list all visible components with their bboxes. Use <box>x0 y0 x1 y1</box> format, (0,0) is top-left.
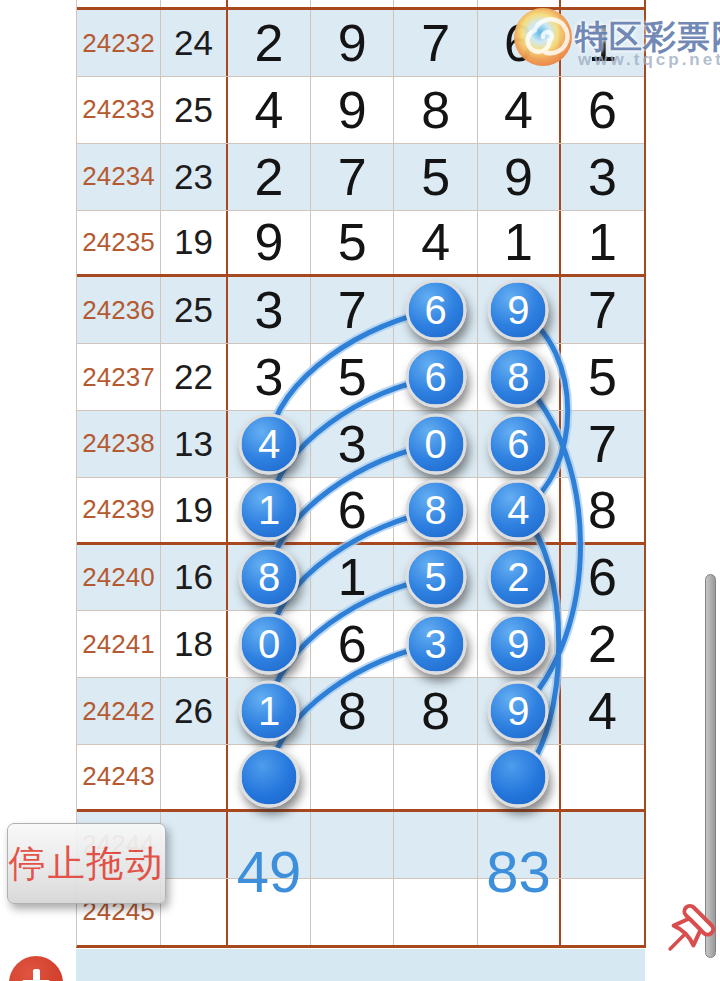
digit-value: 4 <box>255 80 284 140</box>
issue-cell: 24236 <box>77 277 161 343</box>
digit-value: 7 <box>338 147 367 207</box>
partial-row <box>77 0 644 10</box>
issue-cell: 24241 <box>77 611 161 677</box>
circled-digit[interactable]: 8 <box>405 479 466 540</box>
issue-cell: 24242 <box>77 678 161 744</box>
digit-cell: 7 <box>561 277 644 343</box>
sum-cell <box>161 879 228 946</box>
sum-cell: 25 <box>161 277 228 343</box>
circled-digit[interactable]: 9 <box>488 681 549 742</box>
digit-value: 5 <box>421 147 450 207</box>
digit-value: 4 <box>504 80 533 140</box>
table-row: 242381343067 <box>77 411 644 478</box>
digit-cell: 8 <box>561 478 644 542</box>
digit-cell: 3 <box>228 277 311 343</box>
digit-cell <box>561 879 644 946</box>
digit-cell: 0 <box>228 611 311 677</box>
solid-marker[interactable] <box>488 746 549 807</box>
digit-value: 2 <box>255 147 284 207</box>
digit-cell: 9 <box>311 10 394 76</box>
table-row: 242372235685 <box>77 344 644 411</box>
digit-value: 5 <box>338 347 367 407</box>
circled-digit[interactable]: 0 <box>405 413 466 474</box>
digit-value: 9 <box>504 147 533 207</box>
digit-value: 6 <box>338 614 367 674</box>
issue-label: 24237 <box>82 362 154 393</box>
digit-cell: 6 <box>561 77 644 143</box>
digit-cell: 9 <box>478 678 561 744</box>
digit-cell <box>228 745 311 809</box>
digit-cell: 3 <box>228 344 311 410</box>
digit-cell: 0 <box>394 411 477 477</box>
digit-cell: 4 <box>561 678 644 744</box>
digit-value: 3 <box>588 147 617 207</box>
digit-cell: 7 <box>311 277 394 343</box>
digit-cell: 9 <box>478 277 561 343</box>
digit-cell: 7 <box>311 144 394 210</box>
sum-value: 22 <box>174 357 213 397</box>
digit-cell: 6 <box>311 611 394 677</box>
circled-digit[interactable]: 1 <box>239 479 300 540</box>
digit-cell: 1 <box>228 678 311 744</box>
digit-cell <box>311 812 394 878</box>
trend-table: 2423224297612423325498462423423275932423… <box>76 0 646 948</box>
circled-digit[interactable]: 4 <box>239 413 300 474</box>
sum-value: 25 <box>174 290 213 330</box>
digit-cell: 83 <box>478 812 561 878</box>
digit-value: 5 <box>338 212 367 272</box>
circled-digit[interactable]: 8 <box>239 547 300 608</box>
issue-cell: 24237 <box>77 344 161 410</box>
sum-cell: 24 <box>161 10 228 76</box>
sum-cell: 25 <box>161 77 228 143</box>
digit-cell: 2 <box>478 545 561 611</box>
digit-value: 3 <box>255 280 284 340</box>
table-row: 242342327593 <box>77 144 644 211</box>
digit-cell: 6 <box>478 411 561 477</box>
digit-cell: 8 <box>478 344 561 410</box>
circled-digit[interactable]: 1 <box>239 681 300 742</box>
table-row: 242322429761 <box>77 10 644 77</box>
sum-cell: 22 <box>161 344 228 410</box>
digit-cell: 1 <box>311 545 394 611</box>
digit-cell: 8 <box>394 77 477 143</box>
sum-cell: 19 <box>161 478 228 542</box>
table-row: 242362537697 <box>77 277 644 344</box>
table-row: 242351995411 <box>77 211 644 278</box>
circled-digit[interactable]: 9 <box>488 614 549 675</box>
sum-cell: 13 <box>161 411 228 477</box>
digit-cell: 4 <box>228 411 311 477</box>
digit-cell: 8 <box>394 478 477 542</box>
digit-value: 6 <box>504 13 533 73</box>
digit-value: 8 <box>421 681 450 741</box>
digit-cell: 1 <box>478 211 561 275</box>
digit-cell: 9 <box>478 144 561 210</box>
digit-cell <box>394 879 477 946</box>
sum-value: 19 <box>174 222 213 262</box>
circled-digit[interactable]: 9 <box>488 280 549 341</box>
issue-label: 24239 <box>82 494 154 525</box>
digit-cell <box>311 745 394 809</box>
digit-value: 1 <box>504 212 533 272</box>
digit-cell: 5 <box>561 344 644 410</box>
digit-cell: 4 <box>394 211 477 275</box>
digit-value: 7 <box>338 280 367 340</box>
digit-value: 4 <box>588 681 617 741</box>
digit-value: 6 <box>588 80 617 140</box>
issue-label: 24236 <box>82 295 154 326</box>
digit-cell: 1 <box>561 10 644 76</box>
digit-value: 2 <box>255 13 284 73</box>
sum-cell: 16 <box>161 545 228 611</box>
solid-marker[interactable] <box>239 746 300 807</box>
circled-digit[interactable]: 6 <box>405 347 466 408</box>
digit-value: 8 <box>338 681 367 741</box>
footer-bar <box>76 949 645 981</box>
digit-cell: 2 <box>561 611 644 677</box>
issue-cell: 24240 <box>77 545 161 611</box>
table-row: 242422618894 <box>77 678 644 745</box>
digit-value: 8 <box>588 480 617 540</box>
digit-cell <box>394 745 477 809</box>
digit-value: 4 <box>421 212 450 272</box>
sum-value: 24 <box>174 23 213 63</box>
digit-cell: 8 <box>228 545 311 611</box>
digit-cell <box>561 745 644 809</box>
digit-cell: 2 <box>228 144 311 210</box>
digit-cell: 3 <box>561 144 644 210</box>
issue-label: 24235 <box>82 227 154 258</box>
sum-cell <box>161 745 228 809</box>
circled-digit[interactable]: 0 <box>239 614 300 675</box>
issue-label: 24234 <box>82 161 154 192</box>
sum-value: 25 <box>174 90 213 130</box>
digit-cell: 9 <box>228 211 311 275</box>
digit-cell: 7 <box>394 10 477 76</box>
digit-value: 1 <box>338 547 367 607</box>
digit-cell: 7 <box>561 411 644 477</box>
sum-value: 23 <box>174 157 213 197</box>
digit-cell: 9 <box>478 611 561 677</box>
issue-label: 24240 <box>82 562 154 593</box>
digit-cell: 6 <box>311 478 394 542</box>
plus-icon[interactable] <box>9 956 63 981</box>
circled-digit[interactable]: 6 <box>488 413 549 474</box>
digit-value: 2 <box>588 614 617 674</box>
sum-cell: 18 <box>161 611 228 677</box>
table-row: 242391916848 <box>77 478 644 545</box>
sum-cell: 26 <box>161 678 228 744</box>
digit-cell: 3 <box>394 611 477 677</box>
digit-cell: 8 <box>311 678 394 744</box>
issue-label: 24242 <box>82 696 154 727</box>
stop-drag-label: 停止拖动 <box>9 839 165 889</box>
issue-cell: 24232 <box>77 10 161 76</box>
issue-cell: 24239 <box>77 478 161 542</box>
digit-cell: 8 <box>394 678 477 744</box>
digit-cell: 4 <box>228 77 311 143</box>
issue-cell: 24234 <box>77 144 161 210</box>
digit-cell: 6 <box>394 277 477 343</box>
sum-value: 26 <box>174 691 213 731</box>
issue-label: 24238 <box>82 428 154 459</box>
table-row: 242401681526 <box>77 545 644 612</box>
issue-cell: 24243 <box>77 745 161 809</box>
circled-digit[interactable]: 5 <box>405 547 466 608</box>
table-row: 242411806392 <box>77 611 644 678</box>
digit-value: 5 <box>588 347 617 407</box>
trend-chart-page: 2423224297612423325498462423423275932423… <box>0 0 720 981</box>
digit-cell: 4 <box>478 77 561 143</box>
digit-value: 3 <box>338 414 367 474</box>
issue-cell: 24235 <box>77 211 161 275</box>
table-row: 24243 <box>77 745 644 812</box>
issue-label: 24232 <box>82 28 154 59</box>
sum-value: 13 <box>174 424 213 464</box>
issue-label: 24243 <box>82 761 154 792</box>
pin-icon[interactable] <box>642 901 718 981</box>
circled-digit[interactable]: 8 <box>488 347 549 408</box>
digit-cell: 2 <box>228 10 311 76</box>
column-stat-value: 49 <box>237 838 302 905</box>
digit-cell: 9 <box>311 77 394 143</box>
sum-cell <box>161 812 228 878</box>
digit-cell: 4 <box>478 478 561 542</box>
circled-digit[interactable]: 3 <box>405 614 466 675</box>
digit-value: 6 <box>588 547 617 607</box>
digit-value: 1 <box>588 13 617 73</box>
digit-value: 9 <box>255 212 284 272</box>
digit-value: 9 <box>338 80 367 140</box>
issue-label: 24233 <box>82 94 154 125</box>
digit-cell: 3 <box>311 411 394 477</box>
digit-cell: 5 <box>311 344 394 410</box>
digit-value: 7 <box>588 414 617 474</box>
column-stat-value: 83 <box>486 838 551 905</box>
table-row: 242332549846 <box>77 77 644 144</box>
sum-value: 18 <box>174 624 213 664</box>
digit-value: 9 <box>338 13 367 73</box>
digit-cell: 5 <box>311 211 394 275</box>
digit-cell <box>394 812 477 878</box>
digit-value: 6 <box>338 480 367 540</box>
digit-cell: 1 <box>561 211 644 275</box>
digit-value: 8 <box>421 80 450 140</box>
digit-value: 1 <box>588 212 617 272</box>
issue-cell: 24233 <box>77 77 161 143</box>
circled-digit[interactable]: 4 <box>488 479 549 540</box>
sum-cell: 23 <box>161 144 228 210</box>
digit-cell: 6 <box>478 10 561 76</box>
digit-cell: 6 <box>394 344 477 410</box>
issue-label: 24241 <box>82 629 154 660</box>
sum-value: 19 <box>174 490 213 530</box>
digit-value: 7 <box>421 13 450 73</box>
digit-cell: 1 <box>228 478 311 542</box>
digit-value: 3 <box>255 347 284 407</box>
circled-digit[interactable]: 2 <box>488 547 549 608</box>
digit-cell: 49 <box>228 812 311 878</box>
digit-cell <box>311 879 394 946</box>
digit-cell: 5 <box>394 144 477 210</box>
digit-value: 7 <box>588 280 617 340</box>
stop-drag-button[interactable]: 停止拖动 <box>7 823 166 904</box>
digit-cell: 6 <box>561 545 644 611</box>
circled-digit[interactable]: 6 <box>405 280 466 341</box>
issue-cell: 24238 <box>77 411 161 477</box>
sum-cell: 19 <box>161 211 228 275</box>
sum-value: 16 <box>174 557 213 597</box>
digit-cell <box>478 745 561 809</box>
digit-cell: 5 <box>394 545 477 611</box>
digit-cell <box>561 812 644 878</box>
